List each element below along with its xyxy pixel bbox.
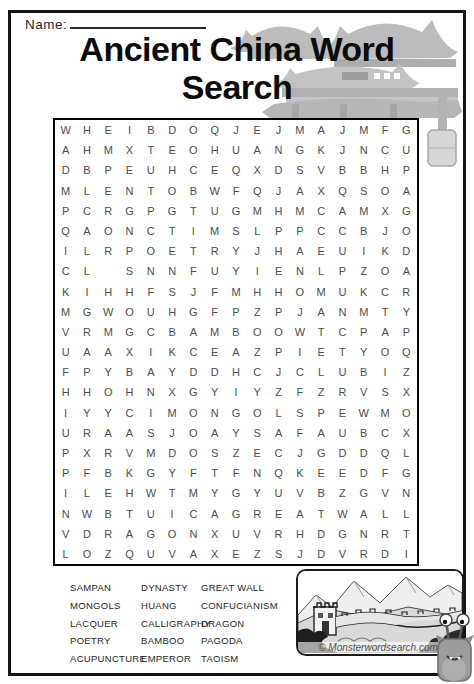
grid-cell: X: [161, 382, 182, 402]
grid-cell: R: [204, 241, 225, 261]
grid-cell: S: [268, 544, 289, 564]
word-list-item: HUANG: [141, 597, 201, 615]
grid-cell: X: [204, 544, 225, 564]
title-line-1: Ancient China Word: [79, 30, 394, 68]
grid-cell: B: [225, 322, 246, 342]
grid-cell: E: [98, 181, 119, 201]
grid-cell: U: [55, 423, 76, 443]
grid-cell: I: [225, 382, 246, 402]
grid-cell: S: [247, 423, 268, 443]
grid-cell: V: [289, 483, 310, 503]
grid-cell: B: [98, 503, 119, 523]
grid-cell: P: [289, 221, 310, 241]
grid-cell: Q: [119, 544, 140, 564]
grid-cell: F: [204, 302, 225, 322]
grid-cell: U: [332, 281, 353, 301]
grid-cell: B: [183, 181, 204, 201]
grid-cell: N: [140, 261, 161, 281]
grid-cell: N: [289, 261, 310, 281]
word-list-item: GREAT WALL: [201, 579, 301, 597]
grid-cell: J: [374, 221, 395, 241]
grid-cell: Y: [396, 302, 417, 322]
grid-cell: A: [311, 423, 332, 443]
grid-cell: A: [140, 362, 161, 382]
grid-cell: C: [183, 503, 204, 523]
word-list-item: POETRY: [70, 632, 141, 650]
grid-cell: E: [268, 261, 289, 281]
grid-cell: [98, 261, 119, 281]
grid-cell: T: [332, 342, 353, 362]
grid-cell: D: [374, 544, 395, 564]
grid-cell: M: [353, 201, 374, 221]
grid-cell: P: [55, 201, 76, 221]
grid-cell: W: [353, 403, 374, 423]
grid-cell: S: [119, 261, 140, 281]
grid-cell: P: [55, 443, 76, 463]
grid-cell: I: [119, 120, 140, 140]
grid-cell: O: [183, 140, 204, 160]
grid-cell: D: [396, 241, 417, 261]
grid-cell: A: [225, 342, 246, 362]
grid-cell: A: [396, 181, 417, 201]
grid-cell: C: [374, 423, 395, 443]
grid-cell: H: [268, 281, 289, 301]
grid-cell: F: [183, 261, 204, 281]
grid-cell: P: [396, 160, 417, 180]
grid-cell: Q: [332, 181, 353, 201]
grid-cell: P: [98, 160, 119, 180]
grid-cell: J: [332, 140, 353, 160]
grid-cell: M: [55, 302, 76, 322]
grid-cell: A: [396, 261, 417, 281]
grid-cell: Y: [76, 403, 97, 423]
grid-cell: I: [55, 483, 76, 503]
grid-cell: R: [98, 524, 119, 544]
grid-cell: N: [353, 140, 374, 160]
grid-cell: R: [98, 241, 119, 261]
grid-cell: I: [55, 241, 76, 261]
grid-cell: A: [183, 322, 204, 342]
grid-cell: E: [225, 544, 246, 564]
grid-cell: P: [268, 302, 289, 322]
grid-cell: O: [161, 524, 182, 544]
grid-cell: O: [76, 544, 97, 564]
grid-cell: G: [353, 483, 374, 503]
grid-cell: H: [374, 160, 395, 180]
grid-cell: M: [183, 483, 204, 503]
grid-cell: E: [98, 483, 119, 503]
word-list-item: ACUPUNCTURE: [70, 650, 141, 668]
grid-cell: O: [396, 403, 417, 423]
grid-cell: Y: [225, 241, 246, 261]
grid-cell: U: [140, 503, 161, 523]
grid-cell: X: [247, 160, 268, 180]
word-list-item: TAOISM: [201, 650, 301, 668]
grid-cell: E: [247, 443, 268, 463]
grid-cell: R: [353, 544, 374, 564]
grid-cell: J: [225, 120, 246, 140]
grid-cell: F: [225, 181, 246, 201]
grid-cell: W: [140, 483, 161, 503]
grid-cell: G: [119, 201, 140, 221]
grid-cell: G: [396, 463, 417, 483]
grid-cell: O: [247, 403, 268, 423]
word-list-item: MONGOLS: [70, 597, 141, 615]
grid-cell: C: [119, 403, 140, 423]
grid-cell: Y: [225, 423, 246, 443]
grid-cell: D: [353, 443, 374, 463]
grid-cell: I: [396, 544, 417, 564]
grid-cell: Q: [204, 120, 225, 140]
grid-cell: I: [353, 241, 374, 261]
grid-cell: B: [119, 362, 140, 382]
grid-cell: G: [161, 201, 182, 221]
grid-cell: H: [289, 524, 310, 544]
grid-cell: N: [140, 382, 161, 402]
grid-cell: X: [119, 140, 140, 160]
grid-cell: T: [396, 524, 417, 544]
grid-cell: Z: [247, 544, 268, 564]
grid-cell: D: [161, 120, 182, 140]
grid-cell: I: [140, 403, 161, 423]
grid-cell: Q: [374, 443, 395, 463]
grid-cell: G: [225, 403, 246, 423]
grid-cell: L: [76, 241, 97, 261]
grid-cell: T: [161, 483, 182, 503]
grid-cell: A: [268, 423, 289, 443]
grid-cell: G: [76, 302, 97, 322]
grid-cell: F: [225, 463, 246, 483]
grid-cell: R: [396, 281, 417, 301]
grid-cell: T: [140, 140, 161, 160]
grid-cell: U: [55, 342, 76, 362]
grid-cell: H: [76, 140, 97, 160]
grid-cell: M: [140, 443, 161, 463]
grid-cell: T: [183, 241, 204, 261]
grid-cell: X: [396, 382, 417, 402]
grid-cell: R: [247, 503, 268, 523]
grid-cell: R: [374, 524, 395, 544]
grid-cell: U: [140, 160, 161, 180]
grid-cell: N: [161, 261, 182, 281]
grid-cell: I: [55, 403, 76, 423]
grid-cell: O: [183, 423, 204, 443]
grid-cell: I: [374, 362, 395, 382]
grid-cell: K: [119, 463, 140, 483]
grid-cell: L: [374, 503, 395, 523]
grid-cell: L: [76, 261, 97, 281]
grid-cell: X: [204, 524, 225, 544]
grid-cell: W: [204, 181, 225, 201]
monster-icon: [436, 611, 474, 684]
grid-cell: Z: [396, 362, 417, 382]
grid-cell: S: [225, 221, 246, 241]
grid-cell: U: [140, 302, 161, 322]
grid-cell: T: [140, 181, 161, 201]
grid-cell: Q: [396, 342, 417, 362]
grid-cell: O: [289, 281, 310, 301]
grid-cell: C: [140, 221, 161, 241]
grid-cell: T: [204, 463, 225, 483]
name-blank-line: [70, 15, 206, 29]
grid-cell: Q: [247, 181, 268, 201]
grid-cell: Y: [247, 483, 268, 503]
grid-cell: M: [374, 403, 395, 423]
grid-cell: O: [161, 181, 182, 201]
grid-cell: I: [247, 261, 268, 281]
grid-cell: A: [289, 181, 310, 201]
grid-cell: M: [353, 120, 374, 140]
grid-cell: V: [374, 483, 395, 503]
grid-cell: N: [268, 140, 289, 160]
grid-cell: G: [225, 483, 246, 503]
grid-cell: A: [76, 221, 97, 241]
page-title: Ancient China Word Search: [30, 30, 444, 106]
grid-cell: S: [374, 382, 395, 402]
grid-cell: H: [268, 201, 289, 221]
grid-cell: E: [119, 160, 140, 180]
grid-cell: G: [119, 322, 140, 342]
grid-cell: M: [353, 302, 374, 322]
grid-cell: T: [311, 322, 332, 342]
grid-cell: U: [140, 544, 161, 564]
grid-cell: Z: [247, 342, 268, 362]
grid-cell: F: [140, 281, 161, 301]
grid-cell: U: [204, 261, 225, 281]
grid-cell: C: [289, 362, 310, 382]
word-list-item: BAMBOO: [141, 632, 201, 650]
grid-cell: T: [374, 302, 395, 322]
grid-cell: Y: [204, 382, 225, 402]
grid-cell: E: [204, 342, 225, 362]
grid-cell: H: [119, 382, 140, 402]
grid-cell: I: [183, 221, 204, 241]
grid-cell: G: [332, 524, 353, 544]
grid-cell: Y: [98, 403, 119, 423]
grid-cell: L: [76, 483, 97, 503]
grid-cell: F: [76, 463, 97, 483]
grid-cell: K: [55, 281, 76, 301]
grid-cell: D: [161, 443, 182, 463]
grid-cell: I: [289, 342, 310, 362]
grid-cell: B: [98, 463, 119, 483]
grid-cell: M: [55, 181, 76, 201]
grid-cell: B: [332, 160, 353, 180]
grid-cell: L: [76, 181, 97, 201]
grid-cell: Q: [55, 221, 76, 241]
grid-cell: C: [311, 221, 332, 241]
word-list-item: DRAGON: [201, 615, 301, 633]
copyright-text: © Monsterwordsearch.com: [298, 642, 458, 653]
grid-cell: H: [161, 302, 182, 322]
grid-cell: U: [225, 140, 246, 160]
grid-cell: Z: [247, 302, 268, 322]
grid-cell: G: [396, 120, 417, 140]
grid-cell: P: [332, 261, 353, 281]
grid-cell: B: [353, 221, 374, 241]
name-label: Name:: [25, 17, 67, 32]
grid-cell: U: [268, 483, 289, 503]
monster-mascot: [436, 611, 474, 684]
grid-cell: N: [55, 503, 76, 523]
grid-cell: B: [161, 322, 182, 342]
grid-cell: T: [311, 503, 332, 523]
grid-cell: O: [183, 403, 204, 423]
grid-cell: J: [289, 443, 310, 463]
grid-cell: W: [98, 302, 119, 322]
grid-cell: R: [332, 382, 353, 402]
grid-cell: M: [98, 140, 119, 160]
grid-cell: J: [268, 181, 289, 201]
grid-cell: R: [98, 201, 119, 221]
grid-cell: Y: [247, 382, 268, 402]
grid-cell: H: [76, 120, 97, 140]
grid-cell: Z: [268, 382, 289, 402]
grid-cell: B: [353, 362, 374, 382]
grid-cell: Z: [311, 382, 332, 402]
grid-cell: Z: [225, 443, 246, 463]
grid-cell: T: [183, 201, 204, 221]
word-list-column: SAMPANMONGOLSLACQUERPOETRYACUPUNCTURE: [70, 579, 141, 668]
grid-cell: V: [247, 524, 268, 544]
grid-cell: A: [119, 423, 140, 443]
grid-cell: Y: [161, 362, 182, 382]
title-line-2: Search: [182, 68, 292, 106]
grid-cell: E: [332, 463, 353, 483]
grid-cell: D: [183, 362, 204, 382]
grid-cell: C: [374, 140, 395, 160]
grid-cell: M: [289, 201, 310, 221]
grid-cell: F: [55, 362, 76, 382]
grid-cell: Y: [225, 261, 246, 281]
grid-cell: Z: [98, 544, 119, 564]
grid-cell: P: [119, 241, 140, 261]
grid-cell: V: [55, 524, 76, 544]
grid-cell: H: [247, 281, 268, 301]
grid-cell: N: [396, 483, 417, 503]
grid-cell: E: [311, 342, 332, 362]
grid-cell: M: [98, 322, 119, 342]
grid-cell: F: [289, 423, 310, 443]
grid-cell: V: [353, 382, 374, 402]
grid-cell: Y: [98, 362, 119, 382]
grid-cell: F: [204, 281, 225, 301]
grid-cell: E: [161, 140, 182, 160]
grid-cell: G: [225, 503, 246, 523]
grid-cell: A: [98, 342, 119, 362]
name-row: Name:: [25, 15, 206, 32]
grid-cell: A: [311, 302, 332, 322]
grid-cell: A: [98, 423, 119, 443]
grid-cell: U: [332, 423, 353, 443]
grid-cell: A: [204, 503, 225, 523]
grid-cell: F: [183, 463, 204, 483]
grid-cell: N: [332, 302, 353, 322]
grid-cell: J: [268, 362, 289, 382]
grid-cell: J: [183, 281, 204, 301]
grid-cell: A: [311, 120, 332, 140]
grid-cell: M: [161, 403, 182, 423]
grid-cell: O: [119, 302, 140, 322]
grid-cell: C: [311, 201, 332, 221]
grid-cell: P: [76, 362, 97, 382]
grid-cell: N: [247, 463, 268, 483]
grid-cell: A: [247, 140, 268, 160]
grid-cell: W: [332, 503, 353, 523]
grid-cell: Q: [268, 463, 289, 483]
grid-cell: H: [119, 281, 140, 301]
grid-cell: M: [311, 281, 332, 301]
grid-cell: H: [119, 483, 140, 503]
grid-cell: G: [396, 201, 417, 221]
grid-cell: O: [374, 181, 395, 201]
grid-cell: V: [161, 544, 182, 564]
grid-cell: S: [353, 181, 374, 201]
grid-cell: N: [119, 181, 140, 201]
grid-cell: O: [374, 261, 395, 281]
word-list-item: LACQUER: [70, 615, 141, 633]
grid-cell: Y: [161, 463, 182, 483]
grid-cell: B: [353, 423, 374, 443]
grid-cell: O: [374, 342, 395, 362]
grid-cell: P: [140, 201, 161, 221]
grid-cell: B: [76, 160, 97, 180]
grid-cell: V: [311, 160, 332, 180]
grid-cell: H: [225, 362, 246, 382]
grid-cell: L: [311, 261, 332, 281]
grid-cell: J: [332, 120, 353, 140]
grid-cell: S: [140, 423, 161, 443]
grid-cell: U: [396, 140, 417, 160]
grid-cell: I: [76, 281, 97, 301]
grid-cell: X: [374, 201, 395, 221]
grid-cell: D: [311, 524, 332, 544]
grid-cell: T: [119, 503, 140, 523]
grid-cell: F: [374, 120, 395, 140]
grid-cell: J: [289, 544, 310, 564]
grid-cell: F: [374, 463, 395, 483]
grid-cell: B: [311, 483, 332, 503]
grid-cell: S: [289, 160, 310, 180]
grid-cell: W: [289, 322, 310, 342]
grid-cell: X: [119, 342, 140, 362]
grid-cell: E: [98, 120, 119, 140]
grid-cell: A: [204, 423, 225, 443]
grid-cell: C: [374, 281, 395, 301]
grid-cell: G: [289, 140, 310, 160]
grid-cell: R: [76, 322, 97, 342]
grid-cell: J: [247, 241, 268, 261]
grid-cell: E: [204, 160, 225, 180]
grid-cell: N: [353, 524, 374, 544]
grid-cell: A: [76, 342, 97, 362]
grid-cell: P: [225, 302, 246, 322]
grid-cell: W: [76, 503, 97, 523]
grid-cell: I: [140, 342, 161, 362]
grid-cell: P: [268, 342, 289, 362]
grid-cell: T: [161, 221, 182, 241]
grid-cell: O: [98, 382, 119, 402]
grid-cell: E: [311, 463, 332, 483]
grid-cell: D: [204, 362, 225, 382]
grid-cell: L: [247, 221, 268, 241]
word-list-item: DYNASTY: [141, 579, 201, 597]
grid-cell: W: [55, 120, 76, 140]
grid-cell: Z: [332, 483, 353, 503]
grid-cell: K: [353, 281, 374, 301]
grid-cell: E: [247, 120, 268, 140]
word-list-item: EMPEROR: [141, 650, 201, 668]
